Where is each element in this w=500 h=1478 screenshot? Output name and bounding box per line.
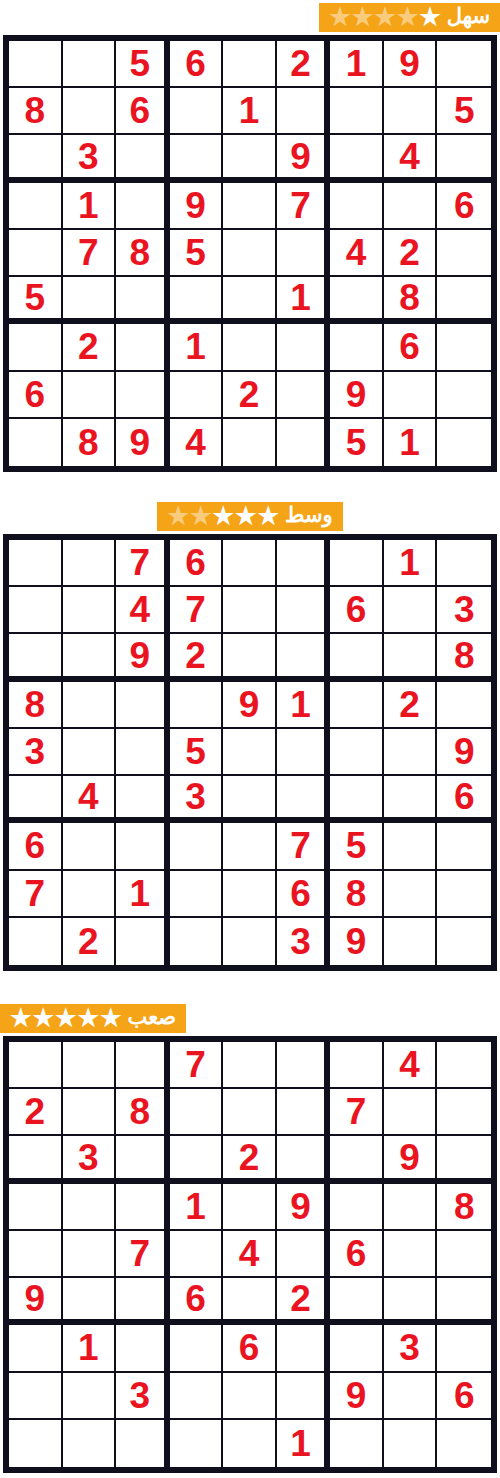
- easy-cell-r8c5: 2: [223, 372, 277, 419]
- medium-cell-r7c8: [384, 823, 438, 870]
- easy-cell-r1c2: [63, 41, 117, 88]
- given-digit: 6: [185, 1280, 206, 1317]
- star-filled-icon: ★: [10, 1006, 32, 1030]
- medium-cell-r8c5: [223, 871, 277, 918]
- easy-cell-r7c4: 1: [170, 324, 224, 371]
- given-digit: 7: [346, 1093, 367, 1130]
- easy-cell-r5c6: [277, 230, 331, 277]
- medium-cell-r2c9: 3: [437, 587, 491, 634]
- medium-cell-r3c6: [277, 634, 331, 681]
- given-digit: 9: [130, 424, 151, 461]
- medium-cell-r9c8: [384, 918, 438, 965]
- hard-cell-r4c8: [384, 1184, 438, 1231]
- hard-cell-r5c5: 4: [223, 1231, 277, 1278]
- medium-cell-r2c8: [384, 587, 438, 634]
- given-digit: 3: [454, 591, 475, 628]
- given-digit: 9: [346, 376, 367, 413]
- hard-cell-r3c7: [330, 1136, 384, 1183]
- star-filled-icon: ★: [257, 504, 279, 528]
- medium-cell-r5c6: [277, 729, 331, 776]
- easy-cell-r3c3: [116, 135, 170, 182]
- hard-cell-r8c7: 9: [330, 1373, 384, 1420]
- hard-cell-r7c2: 1: [63, 1325, 117, 1372]
- easy-cell-r6c1: 5: [9, 277, 63, 324]
- star-filled-icon: ★: [235, 504, 257, 528]
- medium-cell-r2c1: [9, 587, 63, 634]
- star-faded-icon: ★: [190, 504, 212, 528]
- hard-cell-r4c6: 9: [277, 1184, 331, 1231]
- hard-cell-r4c7: [330, 1184, 384, 1231]
- medium-cell-r5c2: [63, 729, 117, 776]
- medium-cell-r8c2: [63, 871, 117, 918]
- sudoku-grid-medium: 761476392889123594366757168239: [3, 534, 497, 971]
- easy-cell-r5c8: 2: [384, 230, 438, 277]
- hard-cell-r4c4: 1: [170, 1184, 224, 1231]
- given-digit: 9: [290, 138, 311, 175]
- hard-cell-r1c6: [277, 1042, 331, 1089]
- medium-cell-r2c7: 6: [330, 587, 384, 634]
- given-digit: 7: [185, 1046, 206, 1083]
- given-digit: 9: [130, 637, 151, 674]
- hard-cell-r3c9: [437, 1136, 491, 1183]
- given-digit: 2: [239, 1139, 260, 1176]
- easy-cell-r1c8: 9: [384, 41, 438, 88]
- medium-cell-r3c9: 8: [437, 634, 491, 681]
- hard-cell-r7c9: [437, 1325, 491, 1372]
- medium-cell-r6c2: 4: [63, 776, 117, 823]
- hard-cell-r2c4: [170, 1089, 224, 1136]
- easy-cell-r3c9: [437, 135, 491, 182]
- easy-cell-r5c3: 8: [116, 230, 170, 277]
- given-digit: 6: [454, 778, 475, 815]
- given-digit: 1: [399, 544, 420, 581]
- given-digit: 9: [399, 45, 420, 82]
- medium-cell-r9c5: [223, 918, 277, 965]
- hard-cell-r5c6: [277, 1231, 331, 1278]
- medium-cell-r1c7: [330, 540, 384, 587]
- hard-cell-r2c5: [223, 1089, 277, 1136]
- hard-cell-r8c1: [9, 1373, 63, 1420]
- easy-cell-r2c3: 6: [116, 88, 170, 135]
- hard-cell-r7c3: [116, 1325, 170, 1372]
- medium-cell-r4c7: [330, 682, 384, 729]
- easy-cell-r5c2: 7: [63, 230, 117, 277]
- given-digit: 2: [290, 45, 311, 82]
- given-digit: 6: [454, 187, 475, 224]
- star-faded-icon: ★: [352, 5, 374, 29]
- hard-cell-r3c5: 2: [223, 1136, 277, 1183]
- given-digit: 6: [185, 45, 206, 82]
- easy-cell-r4c8: [384, 183, 438, 230]
- hard-cell-r1c1: [9, 1042, 63, 1089]
- easy-cell-r8c4: [170, 372, 224, 419]
- given-digit: 6: [454, 1377, 475, 1414]
- hard-cell-r9c6: 1: [277, 1420, 331, 1467]
- medium-cell-r7c5: [223, 823, 277, 870]
- hard-cell-r7c1: [9, 1325, 63, 1372]
- given-digit: 9: [454, 733, 475, 770]
- hard-cell-r1c9: [437, 1042, 491, 1089]
- difficulty-banner-hard: صعب ★★★★★: [0, 1004, 186, 1033]
- easy-cell-r6c3: [116, 277, 170, 324]
- easy-cell-r6c8: 8: [384, 277, 438, 324]
- easy-cell-r9c6: [277, 419, 331, 466]
- hard-cell-r5c3: 7: [116, 1231, 170, 1278]
- medium-cell-r8c1: 7: [9, 871, 63, 918]
- easy-cell-r7c1: [9, 324, 63, 371]
- hard-cell-r7c6: [277, 1325, 331, 1372]
- easy-cell-r7c8: 6: [384, 324, 438, 371]
- given-digit: 7: [185, 591, 206, 628]
- given-digit: 4: [130, 591, 151, 628]
- given-digit: 9: [185, 187, 206, 224]
- hard-cell-r6c5: [223, 1278, 277, 1325]
- easy-cell-r7c7: [330, 324, 384, 371]
- easy-cell-r1c6: 2: [277, 41, 331, 88]
- medium-cell-r6c8: [384, 776, 438, 823]
- star-faded-icon: ★: [374, 5, 396, 29]
- easy-cell-r9c7: 5: [330, 419, 384, 466]
- hard-cell-r2c1: 2: [9, 1089, 63, 1136]
- star-faded-icon: ★: [397, 5, 419, 29]
- hard-cell-r5c4: [170, 1231, 224, 1278]
- medium-cell-r8c9: [437, 871, 491, 918]
- easy-cell-r8c8: [384, 372, 438, 419]
- given-digit: 6: [346, 1235, 367, 1272]
- medium-cell-r9c4: [170, 918, 224, 965]
- easy-cell-r8c6: [277, 372, 331, 419]
- hard-cell-r5c7: 6: [330, 1231, 384, 1278]
- medium-cell-r3c2: [63, 634, 117, 681]
- easy-cell-r9c3: 9: [116, 419, 170, 466]
- easy-cell-r4c4: 9: [170, 183, 224, 230]
- medium-cell-r8c6: 6: [277, 871, 331, 918]
- hard-cell-r4c5: [223, 1184, 277, 1231]
- easy-cell-r7c6: [277, 324, 331, 371]
- given-digit: 7: [24, 875, 45, 912]
- easy-cell-r1c9: [437, 41, 491, 88]
- hard-cell-r2c6: [277, 1089, 331, 1136]
- given-digit: 1: [78, 1329, 99, 1366]
- easy-cell-r4c5: [223, 183, 277, 230]
- given-digit: 9: [346, 923, 367, 960]
- easy-cell-r5c5: [223, 230, 277, 277]
- hard-cell-r9c4: [170, 1420, 224, 1467]
- easy-cell-r4c2: 1: [63, 183, 117, 230]
- hard-cell-r4c2: [63, 1184, 117, 1231]
- given-digit: 3: [290, 923, 311, 960]
- given-digit: 2: [185, 637, 206, 674]
- medium-cell-r3c5: [223, 634, 277, 681]
- hard-cell-r9c8: [384, 1420, 438, 1467]
- medium-cell-r2c2: [63, 587, 117, 634]
- easy-cell-r4c6: 7: [277, 183, 331, 230]
- medium-cell-r3c8: [384, 634, 438, 681]
- given-digit: 4: [399, 138, 420, 175]
- given-digit: 8: [130, 1093, 151, 1130]
- medium-cell-r7c2: [63, 823, 117, 870]
- hard-cell-r3c3: [116, 1136, 170, 1183]
- hard-cell-r2c9: [437, 1089, 491, 1136]
- medium-cell-r8c4: [170, 871, 224, 918]
- medium-cell-r6c6: [277, 776, 331, 823]
- given-digit: 6: [24, 376, 45, 413]
- given-digit: 1: [346, 45, 367, 82]
- star-faded-icon: ★: [167, 504, 189, 528]
- easy-cell-r3c4: [170, 135, 224, 182]
- star-faded-icon: ★: [329, 5, 351, 29]
- given-digit: 4: [399, 1046, 420, 1083]
- easy-cell-r3c7: [330, 135, 384, 182]
- hard-cell-r8c5: [223, 1373, 277, 1420]
- easy-cell-r6c7: [330, 277, 384, 324]
- hard-cell-r4c1: [9, 1184, 63, 1231]
- hard-cell-r6c4: 6: [170, 1278, 224, 1325]
- given-digit: 5: [454, 92, 475, 129]
- easy-cell-r2c6: [277, 88, 331, 135]
- easy-cell-r6c6: 1: [277, 277, 331, 324]
- medium-cell-r3c3: 9: [116, 634, 170, 681]
- easy-cell-r1c1: [9, 41, 63, 88]
- hard-cell-r1c7: [330, 1042, 384, 1089]
- easy-cell-r9c8: 1: [384, 419, 438, 466]
- medium-cell-r5c4: 5: [170, 729, 224, 776]
- easy-cell-r3c1: [9, 135, 63, 182]
- difficulty-stars-easy: ★★★★★: [329, 5, 441, 29]
- hard-cell-r6c3: [116, 1278, 170, 1325]
- easy-cell-r2c2: [63, 88, 117, 135]
- medium-cell-r9c6: 3: [277, 918, 331, 965]
- sudoku-grid-hard: 742873291987469621633961: [3, 1036, 497, 1473]
- given-digit: 8: [130, 234, 151, 271]
- hard-cell-r8c2: [63, 1373, 117, 1420]
- hard-cell-r1c3: [116, 1042, 170, 1089]
- medium-cell-r7c4: [170, 823, 224, 870]
- easy-cell-r6c9: [437, 277, 491, 324]
- medium-cell-r4c3: [116, 682, 170, 729]
- given-digit: 9: [24, 1280, 45, 1317]
- medium-cell-r1c4: 6: [170, 540, 224, 587]
- medium-cell-r4c4: [170, 682, 224, 729]
- easy-cell-r9c1: [9, 419, 63, 466]
- given-digit: 9: [239, 686, 260, 723]
- easy-cell-r1c5: [223, 41, 277, 88]
- easy-cell-r7c5: [223, 324, 277, 371]
- easy-cell-r8c3: [116, 372, 170, 419]
- hard-cell-r8c6: [277, 1373, 331, 1420]
- difficulty-label-hard: صعب: [128, 1006, 177, 1029]
- hard-cell-r9c2: [63, 1420, 117, 1467]
- given-digit: 7: [130, 1235, 151, 1272]
- given-digit: 1: [290, 686, 311, 723]
- hard-cell-r8c9: 6: [437, 1373, 491, 1420]
- hard-cell-r2c2: [63, 1089, 117, 1136]
- medium-cell-r6c5: [223, 776, 277, 823]
- difficulty-stars-medium: ★★★★★: [167, 504, 279, 528]
- medium-cell-r6c1: [9, 776, 63, 823]
- given-digit: 9: [346, 1377, 367, 1414]
- given-digit: 5: [24, 279, 45, 316]
- easy-cell-r5c4: 5: [170, 230, 224, 277]
- given-digit: 3: [78, 138, 99, 175]
- medium-cell-r3c7: [330, 634, 384, 681]
- easy-cell-r3c8: 4: [384, 135, 438, 182]
- hard-cell-r7c4: [170, 1325, 224, 1372]
- given-digit: 2: [290, 1280, 311, 1317]
- medium-cell-r1c8: 1: [384, 540, 438, 587]
- easy-cell-r6c5: [223, 277, 277, 324]
- given-digit: 8: [454, 637, 475, 674]
- difficulty-banner-medium: وسط ★★★★★: [157, 502, 342, 531]
- medium-cell-r8c3: 1: [116, 871, 170, 918]
- easy-cell-r7c2: 2: [63, 324, 117, 371]
- easy-cell-r8c2: [63, 372, 117, 419]
- given-digit: 8: [346, 875, 367, 912]
- medium-cell-r1c2: [63, 540, 117, 587]
- given-digit: 2: [78, 923, 99, 960]
- hard-cell-r1c4: 7: [170, 1042, 224, 1089]
- given-digit: 3: [24, 733, 45, 770]
- medium-cell-r5c8: [384, 729, 438, 776]
- star-filled-icon: ★: [212, 504, 234, 528]
- hard-cell-r5c9: [437, 1231, 491, 1278]
- given-digit: 2: [24, 1093, 45, 1130]
- hard-cell-r8c3: 3: [116, 1373, 170, 1420]
- easy-cell-r1c3: 5: [116, 41, 170, 88]
- hard-cell-r3c1: [9, 1136, 63, 1183]
- star-filled-icon: ★: [419, 5, 441, 29]
- sudoku-sheet: سهل ★★★★★ 562198615394197678542518216629…: [0, 0, 500, 1473]
- hard-cell-r8c8: [384, 1373, 438, 1420]
- hard-cell-r6c2: [63, 1278, 117, 1325]
- hard-cell-r6c6: 2: [277, 1278, 331, 1325]
- easy-cell-r6c4: [170, 277, 224, 324]
- hard-cell-r9c3: [116, 1420, 170, 1467]
- medium-cell-r9c1: [9, 918, 63, 965]
- given-digit: 1: [239, 92, 260, 129]
- medium-cell-r7c9: [437, 823, 491, 870]
- medium-cell-r1c3: 7: [116, 540, 170, 587]
- difficulty-label-easy: سهل: [447, 5, 490, 28]
- given-digit: 6: [130, 92, 151, 129]
- easy-cell-r9c5: [223, 419, 277, 466]
- medium-cell-r1c6: [277, 540, 331, 587]
- medium-cell-r6c7: [330, 776, 384, 823]
- medium-cell-r1c1: [9, 540, 63, 587]
- given-digit: 6: [239, 1329, 260, 1366]
- easy-cell-r8c9: [437, 372, 491, 419]
- easy-cell-r9c2: 8: [63, 419, 117, 466]
- hard-cell-r5c1: [9, 1231, 63, 1278]
- easy-cell-r4c9: 6: [437, 183, 491, 230]
- medium-cell-r7c1: 6: [9, 823, 63, 870]
- star-filled-icon: ★: [55, 1006, 77, 1030]
- hard-cell-r2c7: 7: [330, 1089, 384, 1136]
- given-digit: 1: [399, 424, 420, 461]
- hard-cell-r8c4: [170, 1373, 224, 1420]
- hard-cell-r7c7: [330, 1325, 384, 1372]
- hard-cell-r4c9: 8: [437, 1184, 491, 1231]
- sudoku-grid-easy: 56219861539419767854251821662989451: [3, 35, 497, 472]
- given-digit: 1: [185, 1188, 206, 1225]
- given-digit: 3: [399, 1329, 420, 1366]
- medium-cell-r6c3: [116, 776, 170, 823]
- difficulty-label-medium: وسط: [285, 504, 333, 527]
- medium-cell-r4c2: [63, 682, 117, 729]
- hard-cell-r9c7: [330, 1420, 384, 1467]
- given-digit: 7: [78, 234, 99, 271]
- given-digit: 7: [130, 544, 151, 581]
- hard-cell-r2c8: [384, 1089, 438, 1136]
- medium-cell-r9c2: 2: [63, 918, 117, 965]
- hard-cell-r6c9: [437, 1278, 491, 1325]
- given-digit: 5: [185, 733, 206, 770]
- easy-cell-r3c6: 9: [277, 135, 331, 182]
- given-digit: 5: [130, 45, 151, 82]
- hard-cell-r3c6: [277, 1136, 331, 1183]
- hard-cell-r2c3: 8: [116, 1089, 170, 1136]
- medium-cell-r3c4: 2: [170, 634, 224, 681]
- hard-cell-r5c8: [384, 1231, 438, 1278]
- medium-cell-r6c9: 6: [437, 776, 491, 823]
- hard-cell-r1c2: [63, 1042, 117, 1089]
- medium-cell-r9c9: [437, 918, 491, 965]
- given-digit: 1: [290, 1425, 311, 1462]
- given-digit: 2: [78, 328, 99, 365]
- given-digit: 9: [290, 1188, 311, 1225]
- easy-cell-r8c1: 6: [9, 372, 63, 419]
- hard-cell-r1c5: [223, 1042, 277, 1089]
- star-filled-icon: ★: [100, 1006, 122, 1030]
- easy-cell-r2c1: 8: [9, 88, 63, 135]
- easy-cell-r5c1: [9, 230, 63, 277]
- given-digit: 8: [399, 279, 420, 316]
- medium-cell-r1c9: [437, 540, 491, 587]
- given-digit: 3: [185, 778, 206, 815]
- hard-cell-r5c2: [63, 1231, 117, 1278]
- medium-cell-r4c9: [437, 682, 491, 729]
- medium-cell-r5c3: [116, 729, 170, 776]
- given-digit: 5: [346, 827, 367, 864]
- easy-cell-r2c7: [330, 88, 384, 135]
- medium-cell-r5c7: [330, 729, 384, 776]
- hard-cell-r7c5: 6: [223, 1325, 277, 1372]
- medium-cell-r2c5: [223, 587, 277, 634]
- easy-cell-r5c7: 4: [330, 230, 384, 277]
- medium-cell-r8c7: 8: [330, 871, 384, 918]
- medium-cell-r4c6: 1: [277, 682, 331, 729]
- easy-cell-r9c4: 4: [170, 419, 224, 466]
- star-filled-icon: ★: [33, 1006, 55, 1030]
- hard-cell-r3c8: 9: [384, 1136, 438, 1183]
- given-digit: 3: [78, 1139, 99, 1176]
- medium-cell-r5c5: [223, 729, 277, 776]
- easy-cell-r3c5: [223, 135, 277, 182]
- easy-cell-r1c7: 1: [330, 41, 384, 88]
- medium-cell-r2c6: [277, 587, 331, 634]
- medium-cell-r9c7: 9: [330, 918, 384, 965]
- medium-cell-r7c7: 5: [330, 823, 384, 870]
- hard-cell-r6c1: 9: [9, 1278, 63, 1325]
- medium-cell-r8c8: [384, 871, 438, 918]
- difficulty-stars-hard: ★★★★★: [10, 1006, 122, 1030]
- easy-cell-r2c9: 5: [437, 88, 491, 135]
- hard-cell-r6c7: [330, 1278, 384, 1325]
- given-digit: 1: [290, 279, 311, 316]
- hard-cell-r3c2: 3: [63, 1136, 117, 1183]
- given-digit: 1: [185, 328, 206, 365]
- easy-cell-r1c4: 6: [170, 41, 224, 88]
